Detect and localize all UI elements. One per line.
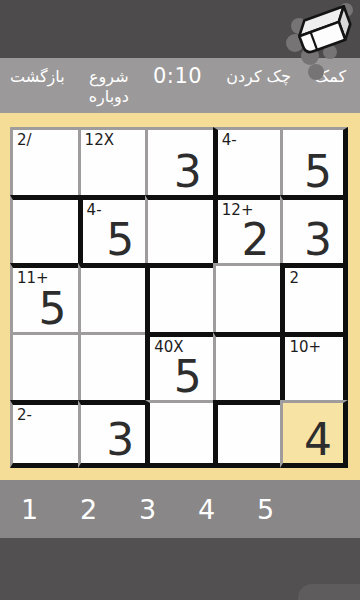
- grid-cell-r3c4[interactable]: 10+: [280, 332, 348, 400]
- num-button-1[interactable]: 1: [0, 494, 59, 525]
- grid-cell-r4c3[interactable]: [213, 400, 281, 468]
- grid-cell-r0c2[interactable]: 3: [145, 127, 213, 195]
- eraser-icon: [286, 2, 360, 84]
- grid-cell-r2c2[interactable]: [145, 263, 213, 331]
- bottom-right-peek: [298, 584, 360, 600]
- cage-clue: 2-: [17, 406, 32, 424]
- puzzle-grid: 2/12X34-54-512+2311+5240X510+2-34: [10, 127, 348, 468]
- grid-cell-r4c2[interactable]: [145, 400, 213, 468]
- grid-cell-r3c2[interactable]: 40X5: [145, 332, 213, 400]
- cell-digit: 4: [304, 417, 332, 463]
- restart-label-line1: شروع: [89, 67, 129, 87]
- cell-digit: 3: [304, 217, 332, 263]
- grid-cell-r0c3[interactable]: 4-: [213, 127, 281, 195]
- cell-digit: 5: [174, 354, 202, 400]
- grid-cell-r0c1[interactable]: 12X: [78, 127, 146, 195]
- cell-digit: 5: [304, 149, 332, 195]
- grid-cell-r2c4[interactable]: 2: [280, 263, 348, 331]
- grid-cell-r1c3[interactable]: 12+2: [213, 195, 281, 263]
- cell-digit: 2: [241, 217, 269, 263]
- grid-cell-r1c4[interactable]: 3: [280, 195, 348, 263]
- eraser-button[interactable]: [286, 2, 360, 84]
- grid-cell-r2c1[interactable]: [78, 263, 146, 331]
- grid-cell-r4c1[interactable]: 3: [78, 400, 146, 468]
- grid-cell-r4c4[interactable]: 4: [280, 400, 348, 468]
- cell-digit: 3: [106, 417, 134, 463]
- cell-digit: 5: [106, 217, 134, 263]
- number-pad: 1 2 3 4 5: [0, 480, 360, 538]
- grid-cell-r2c0[interactable]: 11+5: [10, 263, 78, 331]
- cage-clue: 4-: [222, 131, 237, 149]
- grid-cell-r1c2[interactable]: [145, 195, 213, 263]
- num-button-2[interactable]: 2: [59, 494, 118, 525]
- back-button[interactable]: بازگشت: [10, 67, 65, 87]
- cage-clue: 12X: [85, 131, 114, 149]
- grid-cell-r1c1[interactable]: 4-5: [78, 195, 146, 263]
- grid-cell-r0c0[interactable]: 2/: [10, 127, 78, 195]
- cell-digit: 5: [39, 286, 67, 332]
- board-frame: 2/12X34-54-512+2311+5240X510+2-34: [0, 113, 360, 480]
- grid-cell-r4c0[interactable]: 2-: [10, 400, 78, 468]
- grid-cell-r3c0[interactable]: [10, 332, 78, 400]
- num-button-5[interactable]: 5: [236, 494, 295, 525]
- grid-cell-r2c3[interactable]: [213, 263, 281, 331]
- cage-clue: 4-: [87, 201, 102, 219]
- grid-cell-r3c3[interactable]: [213, 332, 281, 400]
- grid-cell-r0c4[interactable]: 5: [280, 127, 348, 195]
- num-button-4[interactable]: 4: [177, 494, 236, 525]
- restart-label-line2: دوباره: [89, 87, 129, 107]
- grid-cell-r1c0[interactable]: [10, 195, 78, 263]
- num-button-3[interactable]: 3: [118, 494, 177, 525]
- bottom-area: [0, 538, 360, 600]
- cage-clue: 2/: [17, 131, 32, 149]
- cage-clue: 10+: [289, 338, 321, 356]
- check-button[interactable]: چک کردن: [226, 67, 291, 87]
- cell-digit: 3: [174, 149, 202, 195]
- restart-button[interactable]: شروع دوباره: [89, 67, 129, 107]
- cage-clue: 2: [289, 269, 299, 287]
- grid-cell-r3c1[interactable]: [78, 332, 146, 400]
- timer-display: 0:10: [153, 67, 202, 86]
